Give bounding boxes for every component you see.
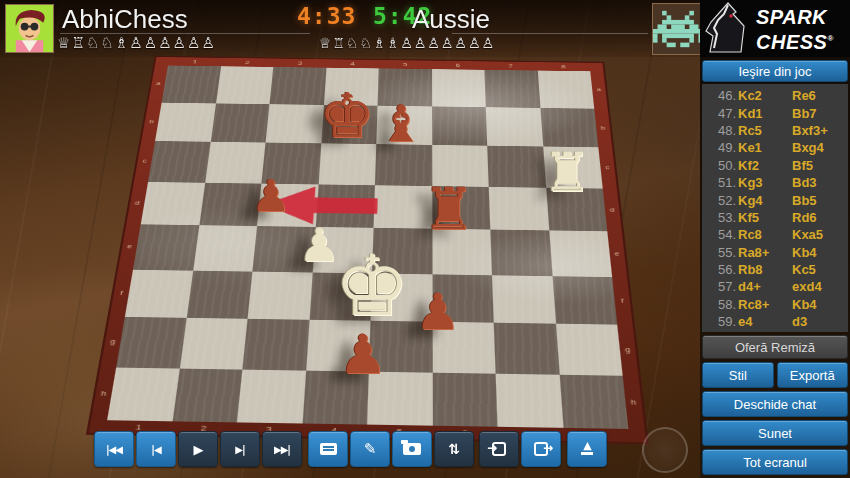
sidebar: SPARK CHESS® Ieşire din joc 46.Kc2Re647.… bbox=[700, 0, 850, 478]
white-move: Kf2 bbox=[736, 158, 792, 173]
move-row[interactable]: 53.Kf5Rd6 bbox=[702, 209, 848, 226]
board-square-g8[interactable] bbox=[555, 324, 622, 376]
board-square-g7[interactable] bbox=[494, 323, 559, 375]
black-move: Rd6 bbox=[792, 210, 848, 225]
board-square-h6[interactable] bbox=[432, 372, 497, 427]
coord-label: b bbox=[594, 108, 612, 147]
board-square-c7[interactable] bbox=[487, 146, 545, 188]
space-invader-avatar bbox=[653, 4, 703, 54]
board-square-h1[interactable] bbox=[107, 367, 179, 421]
board-square-a2[interactable] bbox=[216, 66, 274, 104]
move-row[interactable]: 46.Kc2Re6 bbox=[702, 87, 848, 104]
board-square-f8[interactable] bbox=[552, 276, 617, 325]
move-number: 58. bbox=[702, 297, 736, 312]
coord-label: c bbox=[598, 147, 616, 188]
move-row[interactable]: 47.Kd1Bb7 bbox=[702, 104, 848, 121]
move-row[interactable]: 52.Kg4Bb5 bbox=[702, 191, 848, 208]
move-list: 46.Kc2Re647.Kd1Bb748.Rc5Bxf3+49.Ke1Bxg45… bbox=[702, 84, 848, 332]
black-move: Kxa5 bbox=[792, 227, 848, 242]
move-row[interactable]: 59.e4d3 bbox=[702, 313, 848, 330]
fullscreen-button[interactable]: Tot ecranul bbox=[702, 449, 848, 475]
pencil-edit-button[interactable]: ✎ bbox=[350, 431, 390, 467]
move-number: 57. bbox=[702, 279, 736, 294]
board-square-d7[interactable] bbox=[489, 187, 549, 231]
move-row[interactable]: 51.Kg3Bd3 bbox=[702, 174, 848, 191]
black-pawn-d3[interactable]: ♟ bbox=[251, 174, 290, 218]
left-player-name: AbhiChess bbox=[62, 4, 188, 35]
style-button[interactable]: Stil bbox=[702, 362, 774, 388]
step-back-button[interactable]: |◀ bbox=[136, 431, 176, 467]
black-bishop-b5[interactable]: ♝ bbox=[379, 99, 424, 149]
move-number: 59. bbox=[702, 314, 736, 329]
sound-button[interactable]: Sunet bbox=[702, 420, 848, 446]
move-row[interactable]: 48.Rc5Bxf3+ bbox=[702, 122, 848, 139]
board-square-h2[interactable] bbox=[172, 368, 242, 422]
board-square-h7[interactable] bbox=[496, 373, 563, 428]
board-square-b3[interactable] bbox=[266, 104, 324, 143]
coord-label: 4 bbox=[326, 59, 379, 68]
move-row[interactable]: 56.Rb8Kc5 bbox=[702, 261, 848, 278]
black-move: Bf5 bbox=[792, 158, 848, 173]
white-move: Kc2 bbox=[736, 88, 792, 103]
board-square-d1[interactable] bbox=[141, 182, 205, 226]
eject-button[interactable]: ▲ bbox=[567, 431, 607, 467]
right-player-avatar bbox=[652, 3, 704, 55]
move-number: 50. bbox=[702, 158, 736, 173]
game-stage: 12345678 12345678 abcdefgh abcdefgh ♜♜♟♝… bbox=[0, 0, 850, 478]
open-chat-button[interactable]: Deschide chat bbox=[702, 391, 848, 417]
white-move: e4 bbox=[736, 314, 792, 329]
board-square-b2[interactable] bbox=[210, 103, 269, 142]
black-move: exd4 bbox=[792, 279, 848, 294]
sparkchess-watermark-icon bbox=[642, 427, 688, 473]
white-move: Kg3 bbox=[736, 175, 792, 190]
board-square-f7[interactable] bbox=[492, 275, 555, 324]
board-square-h8[interactable] bbox=[559, 374, 628, 429]
move-number: 48. bbox=[702, 123, 736, 138]
board-square-a8[interactable] bbox=[537, 71, 594, 109]
black-move: Bxf3+ bbox=[792, 123, 848, 138]
skip-to-start-button[interactable]: |◀◀ bbox=[94, 431, 134, 467]
logo-spark: SPARK bbox=[756, 6, 827, 28]
move-row[interactable]: 55.Ra8+Kb4 bbox=[702, 244, 848, 261]
exit-game-button[interactable]: Ieşire din joc bbox=[702, 60, 848, 82]
board-square-b7[interactable] bbox=[486, 107, 543, 147]
white-move: Ra8+ bbox=[736, 245, 792, 260]
black-move: Kb4 bbox=[792, 245, 848, 260]
logo-chess: CHESS bbox=[756, 31, 827, 53]
white-king-f5[interactable]: ♚ bbox=[334, 244, 409, 328]
black-move: Bb7 bbox=[792, 106, 848, 121]
right-captured-pieces: ♕♖♘♘♗♗♙♙♙♙♙♙♙ bbox=[319, 35, 495, 51]
play-button[interactable]: ▶ bbox=[178, 431, 218, 467]
white-clock: 4:33 bbox=[297, 3, 356, 29]
knight-horse-icon bbox=[700, 0, 756, 57]
step-forward-button[interactable]: ▶| bbox=[220, 431, 260, 467]
board-square-f3[interactable] bbox=[248, 271, 313, 320]
logo-text: SPARK CHESS® bbox=[756, 7, 834, 53]
white-rook-c8[interactable]: ♜ bbox=[543, 146, 591, 200]
coord-label: 5 bbox=[379, 60, 432, 69]
export-button[interactable]: Exportă bbox=[777, 362, 849, 388]
white-move: Kg4 bbox=[736, 193, 792, 208]
board-square-g2[interactable] bbox=[179, 318, 247, 369]
board-square-e8[interactable] bbox=[549, 230, 612, 276]
board-square-e1[interactable] bbox=[133, 224, 199, 270]
left-captured-pieces: ♕♖♘♘♗♙♙♙♙♙♙ bbox=[57, 34, 216, 52]
coord-label: 7 bbox=[484, 61, 537, 70]
black-king-b4[interactable]: ♚ bbox=[319, 85, 375, 147]
skip-to-end-button[interactable]: ▶▶| bbox=[262, 431, 302, 467]
move-number: 55. bbox=[702, 245, 736, 260]
board-square-e7[interactable] bbox=[490, 230, 552, 276]
move-number: 53. bbox=[702, 210, 736, 225]
black-move: Kb4 bbox=[792, 297, 848, 312]
black-move: Bd3 bbox=[792, 175, 848, 190]
board-square-b1[interactable] bbox=[155, 102, 216, 141]
sign-in-button[interactable]: → bbox=[479, 431, 519, 467]
sign-out-button[interactable]: → bbox=[521, 431, 561, 467]
board-square-g3[interactable] bbox=[242, 319, 309, 370]
board-square-a7[interactable] bbox=[484, 70, 540, 108]
white-move: Rc8 bbox=[736, 227, 792, 242]
sparkchess-logo: SPARK CHESS® bbox=[700, 0, 850, 57]
move-row[interactable]: 58.Rc8+Kb4 bbox=[702, 296, 848, 313]
black-rook-d6[interactable]: ♜ bbox=[423, 180, 475, 238]
coord-label: 1 bbox=[168, 57, 222, 66]
black-move: Bb5 bbox=[792, 193, 848, 208]
flip-board-button[interactable]: ⇅ bbox=[434, 431, 474, 467]
coord-label: a bbox=[590, 71, 607, 108]
move-row[interactable]: 54.Rc8Kxa5 bbox=[702, 226, 848, 243]
move-number: 49. bbox=[702, 140, 736, 155]
black-pawn-f6[interactable]: ♟ bbox=[416, 287, 461, 337]
white-move: Kf5 bbox=[736, 210, 792, 225]
black-move: Re6 bbox=[792, 88, 848, 103]
coord-label: 8 bbox=[537, 62, 591, 71]
coord-label: 6 bbox=[432, 61, 485, 70]
left-player-avatar bbox=[5, 4, 54, 53]
board-square-a6[interactable] bbox=[432, 69, 486, 107]
board-square-c1[interactable] bbox=[148, 141, 210, 182]
white-move: d4+ bbox=[736, 279, 792, 294]
black-pawn-g5[interactable]: ♟ bbox=[339, 328, 387, 382]
board-square-f1[interactable] bbox=[125, 269, 193, 317]
board-square-g1[interactable] bbox=[116, 317, 186, 368]
white-move: Kd1 bbox=[736, 106, 792, 121]
white-move: Rc5 bbox=[736, 123, 792, 138]
move-row[interactable]: 49.Ke1Bxg4 bbox=[702, 139, 848, 156]
move-number: 47. bbox=[702, 106, 736, 121]
move-number: 52. bbox=[702, 193, 736, 208]
board-square-f2[interactable] bbox=[186, 270, 252, 319]
offer-draw-button[interactable]: Oferă Remiză bbox=[702, 335, 848, 359]
cartoon-face-avatar bbox=[6, 5, 53, 52]
board-square-e2[interactable] bbox=[193, 225, 257, 271]
board-square-b6[interactable] bbox=[432, 106, 488, 146]
board-square-a3[interactable] bbox=[269, 67, 325, 105]
move-number: 56. bbox=[702, 262, 736, 277]
coord-label: 2 bbox=[221, 58, 275, 67]
black-move: Bxg4 bbox=[792, 140, 848, 155]
white-move: Rb8 bbox=[736, 262, 792, 277]
move-row[interactable]: 57.d4+exd4 bbox=[702, 278, 848, 295]
black-move: Kc5 bbox=[792, 262, 848, 277]
board-square-a1[interactable] bbox=[162, 66, 221, 104]
move-number: 46. bbox=[702, 88, 736, 103]
right-player-name: Aussie bbox=[412, 4, 490, 35]
move-number: 51. bbox=[702, 175, 736, 190]
black-move: d3 bbox=[792, 314, 848, 329]
registered-mark: ® bbox=[827, 34, 833, 43]
coord-label: 3 bbox=[273, 59, 326, 68]
chat-bubble-button[interactable] bbox=[308, 431, 348, 467]
move-number: 54. bbox=[702, 227, 736, 242]
camera-button[interactable] bbox=[392, 431, 432, 467]
move-row[interactable]: 50.Kf2Bf5 bbox=[702, 157, 848, 174]
top-bar: AbhiChess ♕♖♘♘♗♙♙♙♙♙♙ 4:33 5:42 Aussie ♕… bbox=[0, 0, 700, 57]
divider bbox=[452, 33, 648, 34]
white-move: Ke1 bbox=[736, 140, 792, 155]
white-move: Rc8+ bbox=[736, 297, 792, 312]
board-square-h3[interactable] bbox=[237, 369, 306, 423]
